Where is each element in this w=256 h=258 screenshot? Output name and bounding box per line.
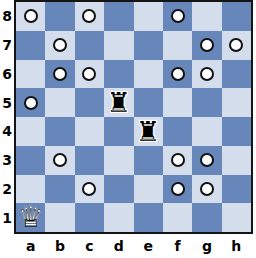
white-circle-marker[interactable] <box>24 96 38 110</box>
file-label-f: f <box>163 235 192 256</box>
white-circle-marker[interactable] <box>229 38 243 52</box>
square-b4[interactable] <box>45 117 74 146</box>
white-circle-marker[interactable] <box>82 9 96 23</box>
rank-label-1: 1 <box>0 203 14 232</box>
square-e3[interactable] <box>134 146 163 175</box>
square-d4[interactable] <box>104 117 133 146</box>
square-f3[interactable] <box>163 146 192 175</box>
square-d2[interactable] <box>104 175 133 204</box>
square-g8[interactable] <box>192 2 221 31</box>
square-c8[interactable] <box>75 2 104 31</box>
square-b8[interactable] <box>45 2 74 31</box>
square-e6[interactable] <box>134 60 163 89</box>
white-circle-marker[interactable] <box>200 38 214 52</box>
white-circle-marker[interactable] <box>171 153 185 167</box>
square-e7[interactable] <box>134 31 163 60</box>
square-h6[interactable] <box>222 60 251 89</box>
white-queen-outline-glyph: ♕ <box>16 203 45 232</box>
file-label-g: g <box>192 235 221 256</box>
square-h1[interactable] <box>222 203 251 232</box>
chess-diagram-page: 87654321 ♜♜♛♕ abcdefgh <box>0 0 256 258</box>
file-label-a: a <box>16 235 45 256</box>
file-label-d: d <box>104 235 133 256</box>
rank-labels: 87654321 <box>0 2 14 232</box>
square-g1[interactable] <box>192 203 221 232</box>
square-b5[interactable] <box>45 88 74 117</box>
rank-label-8: 8 <box>0 2 14 31</box>
white-circle-marker[interactable] <box>200 67 214 81</box>
square-f2[interactable] <box>163 175 192 204</box>
square-a1[interactable]: ♛♕ <box>16 203 45 232</box>
white-circle-marker[interactable] <box>200 153 214 167</box>
square-e8[interactable] <box>134 2 163 31</box>
white-circle-marker[interactable] <box>200 182 214 196</box>
white-circle-marker[interactable] <box>53 153 67 167</box>
rank-label-6: 6 <box>0 60 14 89</box>
black-rook[interactable]: ♜ <box>134 117 163 146</box>
file-label-h: h <box>222 235 251 256</box>
black-rook[interactable]: ♜ <box>104 88 133 117</box>
square-d8[interactable] <box>104 2 133 31</box>
rank-label-4: 4 <box>0 117 14 146</box>
square-c3[interactable] <box>75 146 104 175</box>
file-label-e: e <box>134 235 163 256</box>
square-e1[interactable] <box>134 203 163 232</box>
white-circle-marker[interactable] <box>53 38 67 52</box>
square-c4[interactable] <box>75 117 104 146</box>
white-circle-marker[interactable] <box>24 9 38 23</box>
square-h8[interactable] <box>222 2 251 31</box>
square-a2[interactable] <box>16 175 45 204</box>
square-a4[interactable] <box>16 117 45 146</box>
black-rook-glyph: ♜ <box>134 117 163 146</box>
square-a5[interactable] <box>16 88 45 117</box>
square-f5[interactable] <box>163 88 192 117</box>
square-f6[interactable] <box>163 60 192 89</box>
square-d5[interactable]: ♜ <box>104 88 133 117</box>
square-e2[interactable] <box>134 175 163 204</box>
square-c6[interactable] <box>75 60 104 89</box>
black-rook-glyph: ♜ <box>104 88 133 117</box>
square-f4[interactable] <box>163 117 192 146</box>
white-circle-marker[interactable] <box>82 67 96 81</box>
square-d1[interactable] <box>104 203 133 232</box>
square-b3[interactable] <box>45 146 74 175</box>
square-b7[interactable] <box>45 31 74 60</box>
square-c5[interactable] <box>75 88 104 117</box>
white-circle-marker[interactable] <box>53 67 67 81</box>
square-a8[interactable] <box>16 2 45 31</box>
square-g2[interactable] <box>192 175 221 204</box>
chess-board: ♜♜♛♕ <box>16 2 251 232</box>
square-a7[interactable] <box>16 31 45 60</box>
rank-label-7: 7 <box>0 31 14 60</box>
square-e4[interactable]: ♜ <box>134 117 163 146</box>
square-d7[interactable] <box>104 31 133 60</box>
board-frame: ♜♜♛♕ <box>14 0 253 234</box>
rank-label-3: 3 <box>0 146 14 175</box>
square-g3[interactable] <box>192 146 221 175</box>
square-d6[interactable] <box>104 60 133 89</box>
white-circle-marker[interactable] <box>171 9 185 23</box>
square-h3[interactable] <box>222 146 251 175</box>
square-c7[interactable] <box>75 31 104 60</box>
square-f1[interactable] <box>163 203 192 232</box>
file-label-b: b <box>45 235 74 256</box>
square-g4[interactable] <box>192 117 221 146</box>
square-a3[interactable] <box>16 146 45 175</box>
square-c1[interactable] <box>75 203 104 232</box>
rank-label-2: 2 <box>0 175 14 204</box>
file-label-c: c <box>75 235 104 256</box>
square-b1[interactable] <box>45 203 74 232</box>
white-circle-marker[interactable] <box>82 182 96 196</box>
white-circle-marker[interactable] <box>171 182 185 196</box>
square-a6[interactable] <box>16 60 45 89</box>
square-f8[interactable] <box>163 2 192 31</box>
square-h5[interactable] <box>222 88 251 117</box>
white-circle-marker[interactable] <box>171 67 185 81</box>
square-c2[interactable] <box>75 175 104 204</box>
square-d3[interactable] <box>104 146 133 175</box>
square-g6[interactable] <box>192 60 221 89</box>
white-queen[interactable]: ♛♕ <box>16 203 45 232</box>
square-h4[interactable] <box>222 117 251 146</box>
square-f7[interactable] <box>163 31 192 60</box>
square-e5[interactable] <box>134 88 163 117</box>
square-b6[interactable] <box>45 60 74 89</box>
rank-label-5: 5 <box>0 88 14 117</box>
square-g7[interactable] <box>192 31 221 60</box>
square-h7[interactable] <box>222 31 251 60</box>
square-g5[interactable] <box>192 88 221 117</box>
square-h2[interactable] <box>222 175 251 204</box>
file-labels: abcdefgh <box>16 235 251 256</box>
square-b2[interactable] <box>45 175 74 204</box>
